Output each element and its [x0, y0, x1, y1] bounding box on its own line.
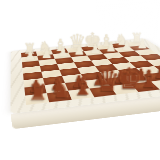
square-b1[interactable]: ♞: [47, 91, 72, 102]
perspective-container: ♜♞♝♛♚♝♞♜♟♟♟♟♟♟♟♟♟♟♟♟♟♟♟♟♜♞♝♛♚♝♞♜: [0, 0, 160, 160]
chess-board: ♜♞♝♛♚♝♞♜♟♟♟♟♟♟♟♟♟♟♟♟♟♟♟♟♜♞♝♛♚♝♞♜: [10, 38, 160, 114]
piece-red-n[interactable]: ♞: [49, 78, 72, 101]
piece-white-p[interactable]: ♟: [55, 45, 71, 58]
piece-white-p[interactable]: ♟: [38, 47, 55, 60]
piece-white-p[interactable]: ♟: [71, 44, 87, 57]
square-a1[interactable]: ♜: [25, 93, 49, 105]
piece-white-p[interactable]: ♟: [22, 49, 39, 62]
piece-white-p[interactable]: ♟: [103, 41, 119, 54]
photo-scene: ♜♞♝♛♚♝♞♜♟♟♟♟♟♟♟♟♟♟♟♟♟♟♟♟♜♞♝♛♚♝♞♜: [0, 0, 160, 160]
board-grid: ♜♞♝♛♚♝♞♜♟♟♟♟♟♟♟♟♟♟♟♟♟♟♟♟♜♞♝♛♚♝♞♜: [21, 41, 160, 105]
piece-white-p[interactable]: ♟: [87, 42, 103, 55]
piece-red-b[interactable]: ♝: [72, 74, 95, 98]
piece-red-q[interactable]: ♛: [94, 67, 117, 96]
square-d7[interactable]: ♟: [68, 51, 87, 57]
piece-white-p[interactable]: ♟: [119, 39, 135, 52]
piece-white-p[interactable]: ♟: [134, 38, 150, 50]
piece-red-r[interactable]: ♜: [26, 82, 49, 104]
square-c1[interactable]: ♝: [68, 88, 94, 99]
